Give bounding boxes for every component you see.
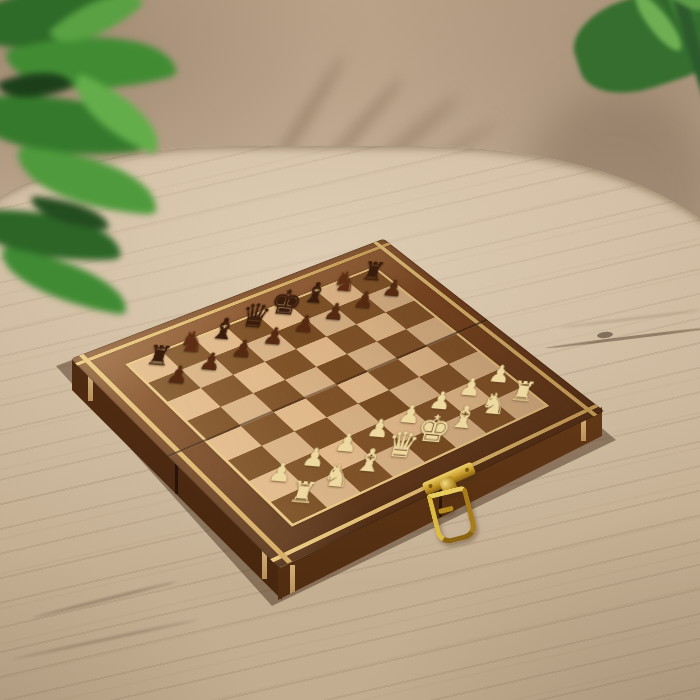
plant-right	[390, 0, 700, 370]
white-rook[interactable]: ♜	[285, 477, 319, 508]
white-pawn[interactable]: ♟	[332, 430, 361, 457]
plant-left	[0, 0, 240, 350]
scene: ♜♞♝♛♚♝♞♜♟♟♟♟♟♟♟♟♟♟♟♟♟♟♟♟♜♞♝♛♚♝♞♜	[0, 0, 700, 700]
white-rook[interactable]: ♜	[507, 377, 539, 406]
white-pawn[interactable]: ♟	[299, 444, 329, 471]
black-rook[interactable]: ♜	[358, 258, 387, 285]
brass-clasp	[414, 462, 510, 562]
clasp-hook	[426, 485, 479, 546]
white-pawn[interactable]: ♟	[265, 459, 295, 486]
